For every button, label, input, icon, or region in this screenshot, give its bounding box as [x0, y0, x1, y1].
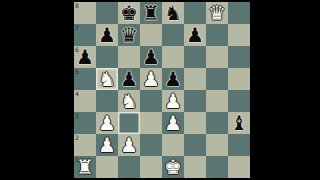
- piece-white-knight: ♞: [118, 90, 140, 112]
- square-b3[interactable]: ♟: [96, 112, 118, 134]
- square-h8[interactable]: [228, 2, 250, 24]
- square-f4[interactable]: [184, 90, 206, 112]
- square-g6[interactable]: [206, 46, 228, 68]
- file-label-e: e: [163, 177, 167, 180]
- piece-white-pawn: ♟: [118, 134, 140, 156]
- square-f2[interactable]: [184, 134, 206, 156]
- piece-white-pawn: ♟: [96, 112, 118, 134]
- square-c7[interactable]: ♛: [118, 24, 140, 46]
- square-a4[interactable]: 4: [74, 90, 96, 112]
- square-e5[interactable]: ♟: [162, 68, 184, 90]
- square-c4[interactable]: ♞: [118, 90, 140, 112]
- square-d3[interactable]: [140, 112, 162, 134]
- square-a5[interactable]: 5: [74, 68, 96, 90]
- square-c1[interactable]: c: [118, 156, 140, 178]
- square-d8[interactable]: ♜: [140, 2, 162, 24]
- square-e4[interactable]: ♟: [162, 90, 184, 112]
- square-d4[interactable]: [140, 90, 162, 112]
- square-c3[interactable]: [118, 112, 140, 134]
- file-label-g: g: [207, 177, 211, 180]
- square-f6[interactable]: [184, 46, 206, 68]
- square-b5[interactable]: ♞: [96, 68, 118, 90]
- square-g2[interactable]: [206, 134, 228, 156]
- piece-black-pawn: ♟: [96, 24, 118, 46]
- rank-label-5: 5: [75, 68, 79, 75]
- square-b6[interactable]: [96, 46, 118, 68]
- file-label-f: f: [185, 177, 187, 180]
- rank-label-1: 1: [75, 156, 79, 163]
- square-d1[interactable]: d: [140, 156, 162, 178]
- square-c6[interactable]: [118, 46, 140, 68]
- rank-label-4: 4: [75, 90, 79, 97]
- piece-white-pawn: ♟: [162, 90, 184, 112]
- square-g4[interactable]: [206, 90, 228, 112]
- rank-label-2: 2: [75, 134, 79, 141]
- square-h7[interactable]: [228, 24, 250, 46]
- file-label-a: a: [75, 177, 79, 180]
- chess-board: 8♚♜♞♛7♟♛♟6♟♟5♞♟♟♟4♞♟3♟♟♝2♟♟1a♜bcde♚fgh: [74, 2, 250, 178]
- square-a3[interactable]: 3: [74, 112, 96, 134]
- file-label-d: d: [141, 177, 145, 180]
- square-g3[interactable]: [206, 112, 228, 134]
- piece-black-king: ♚: [118, 2, 140, 24]
- square-b7[interactable]: ♟: [96, 24, 118, 46]
- square-d5[interactable]: ♟: [140, 68, 162, 90]
- square-g5[interactable]: [206, 68, 228, 90]
- square-e1[interactable]: e♚: [162, 156, 184, 178]
- square-e6[interactable]: [162, 46, 184, 68]
- square-b2[interactable]: ♟: [96, 134, 118, 156]
- square-d2[interactable]: [140, 134, 162, 156]
- square-e8[interactable]: ♞: [162, 2, 184, 24]
- square-a6[interactable]: 6♟: [74, 46, 96, 68]
- square-f3[interactable]: [184, 112, 206, 134]
- square-h5[interactable]: [228, 68, 250, 90]
- square-f1[interactable]: f: [184, 156, 206, 178]
- square-a8[interactable]: 8: [74, 2, 96, 24]
- square-g1[interactable]: g: [206, 156, 228, 178]
- square-a7[interactable]: 7: [74, 24, 96, 46]
- square-b4[interactable]: [96, 90, 118, 112]
- square-c5[interactable]: ♟: [118, 68, 140, 90]
- piece-black-bishop: ♝: [228, 112, 250, 134]
- square-h1[interactable]: h: [228, 156, 250, 178]
- file-label-h: h: [229, 177, 233, 180]
- square-h2[interactable]: [228, 134, 250, 156]
- square-a2[interactable]: 2: [74, 134, 96, 156]
- piece-white-pawn: ♟: [162, 112, 184, 134]
- file-label-b: b: [97, 177, 101, 180]
- file-label-c: c: [119, 177, 122, 180]
- square-g8[interactable]: ♛: [206, 2, 228, 24]
- piece-white-pawn: ♟: [140, 68, 162, 90]
- square-e2[interactable]: [162, 134, 184, 156]
- rank-label-6: 6: [75, 46, 79, 53]
- piece-white-king: ♚: [162, 156, 184, 178]
- square-a1[interactable]: 1a♜: [74, 156, 96, 178]
- piece-black-pawn: ♟: [140, 46, 162, 68]
- square-f8[interactable]: [184, 2, 206, 24]
- rank-label-3: 3: [75, 112, 79, 119]
- square-c2[interactable]: ♟: [118, 134, 140, 156]
- square-c8[interactable]: ♚: [118, 2, 140, 24]
- piece-black-rook: ♜: [140, 2, 162, 24]
- piece-white-queen: ♛: [206, 2, 228, 24]
- piece-black-pawn: ♟: [184, 24, 206, 46]
- square-b1[interactable]: b: [96, 156, 118, 178]
- piece-white-pawn: ♟: [96, 134, 118, 156]
- video-frame: 8♚♜♞♛7♟♛♟6♟♟5♞♟♟♟4♞♟3♟♟♝2♟♟1a♜bcde♚fgh: [0, 0, 320, 180]
- square-f7[interactable]: ♟: [184, 24, 206, 46]
- square-d7[interactable]: [140, 24, 162, 46]
- piece-black-queen: ♛: [118, 24, 140, 46]
- piece-black-pawn: ♟: [118, 68, 140, 90]
- piece-white-knight: ♞: [96, 68, 118, 90]
- square-b8[interactable]: [96, 2, 118, 24]
- square-h3[interactable]: ♝: [228, 112, 250, 134]
- piece-black-knight: ♞: [162, 2, 184, 24]
- square-f5[interactable]: [184, 68, 206, 90]
- square-e3[interactable]: ♟: [162, 112, 184, 134]
- square-e7[interactable]: [162, 24, 184, 46]
- rank-label-8: 8: [75, 2, 79, 9]
- square-h4[interactable]: [228, 90, 250, 112]
- square-h6[interactable]: [228, 46, 250, 68]
- square-d6[interactable]: ♟: [140, 46, 162, 68]
- square-g7[interactable]: [206, 24, 228, 46]
- rank-label-7: 7: [75, 24, 79, 31]
- piece-black-pawn: ♟: [162, 68, 184, 90]
